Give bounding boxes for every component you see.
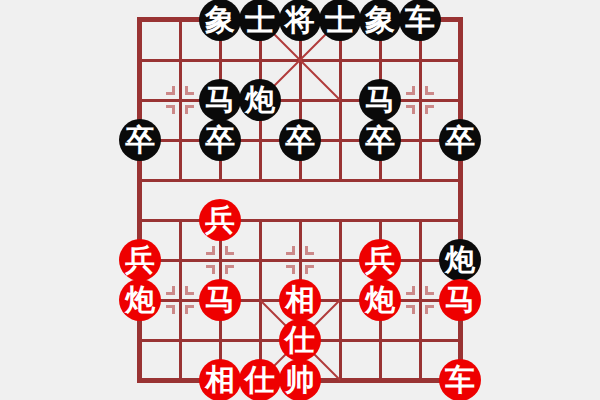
point-marker: [425, 105, 434, 114]
piece-black-soldier[interactable]: 卒: [359, 119, 401, 161]
point-marker: [166, 305, 175, 314]
piece-red-advisor[interactable]: 仕: [239, 359, 281, 400]
piece-black-soldier[interactable]: 卒: [199, 119, 241, 161]
point-marker: [425, 305, 434, 314]
point-marker: [406, 286, 415, 295]
piece-black-chariot[interactable]: 车: [399, 0, 441, 41]
point-marker: [185, 305, 194, 314]
point-marker: [286, 265, 295, 274]
grid-line-vertical: [259, 219, 262, 381]
piece-black-advisor[interactable]: 士: [319, 0, 361, 41]
piece-red-soldier[interactable]: 兵: [119, 239, 161, 281]
piece-black-soldier[interactable]: 卒: [439, 119, 481, 161]
piece-black-elephant[interactable]: 象: [359, 0, 401, 41]
piece-black-horse[interactable]: 马: [199, 79, 241, 121]
point-marker: [185, 86, 194, 95]
grid-line-vertical: [179, 20, 182, 182]
point-marker: [305, 265, 314, 274]
piece-black-advisor[interactable]: 士: [239, 0, 281, 41]
piece-red-advisor[interactable]: 仕: [279, 319, 321, 361]
point-marker: [425, 86, 434, 95]
piece-red-cannon[interactable]: 炮: [359, 279, 401, 321]
point-marker: [185, 286, 194, 295]
piece-black-elephant[interactable]: 象: [199, 0, 241, 41]
piece-red-elephant[interactable]: 相: [199, 359, 241, 400]
piece-black-horse[interactable]: 马: [359, 79, 401, 121]
grid-line-vertical: [419, 20, 422, 182]
piece-black-soldier[interactable]: 卒: [119, 119, 161, 161]
piece-red-soldier[interactable]: 兵: [199, 199, 241, 241]
piece-red-cannon[interactable]: 炮: [119, 279, 161, 321]
piece-black-cannon[interactable]: 炮: [239, 79, 281, 121]
point-marker: [166, 86, 175, 95]
point-marker: [166, 286, 175, 295]
point-marker: [166, 105, 175, 114]
piece-red-general[interactable]: 帅: [279, 359, 321, 400]
grid-line-vertical: [179, 219, 182, 381]
piece-black-soldier[interactable]: 卒: [279, 119, 321, 161]
point-marker: [305, 246, 314, 255]
piece-red-horse[interactable]: 马: [199, 279, 241, 321]
piece-black-general[interactable]: 将: [279, 0, 321, 41]
piece-red-chariot[interactable]: 车: [439, 359, 481, 400]
point-marker: [406, 105, 415, 114]
piece-black-cannon[interactable]: 炮: [439, 239, 481, 281]
xiangqi-screenshot: 象士将士象车马炮马卒卒卒卒卒炮兵兵兵炮马相炮马仕相仕帅车: [0, 0, 600, 400]
piece-red-soldier[interactable]: 兵: [359, 239, 401, 281]
point-marker: [286, 246, 295, 255]
grid-line-vertical: [419, 219, 422, 381]
point-marker: [406, 305, 415, 314]
point-marker: [206, 265, 215, 274]
point-marker: [206, 246, 215, 255]
piece-red-horse[interactable]: 马: [439, 279, 481, 321]
point-marker: [425, 286, 434, 295]
point-marker: [185, 105, 194, 114]
grid-line-vertical: [339, 219, 342, 381]
piece-red-elephant[interactable]: 相: [279, 279, 321, 321]
point-marker: [406, 86, 415, 95]
xiangqi-board[interactable]: 象士将士象车马炮马卒卒卒卒卒炮兵兵兵炮马相炮马仕相仕帅车: [0, 0, 600, 400]
point-marker: [225, 265, 234, 274]
grid-line-vertical: [339, 20, 342, 182]
point-marker: [225, 246, 234, 255]
